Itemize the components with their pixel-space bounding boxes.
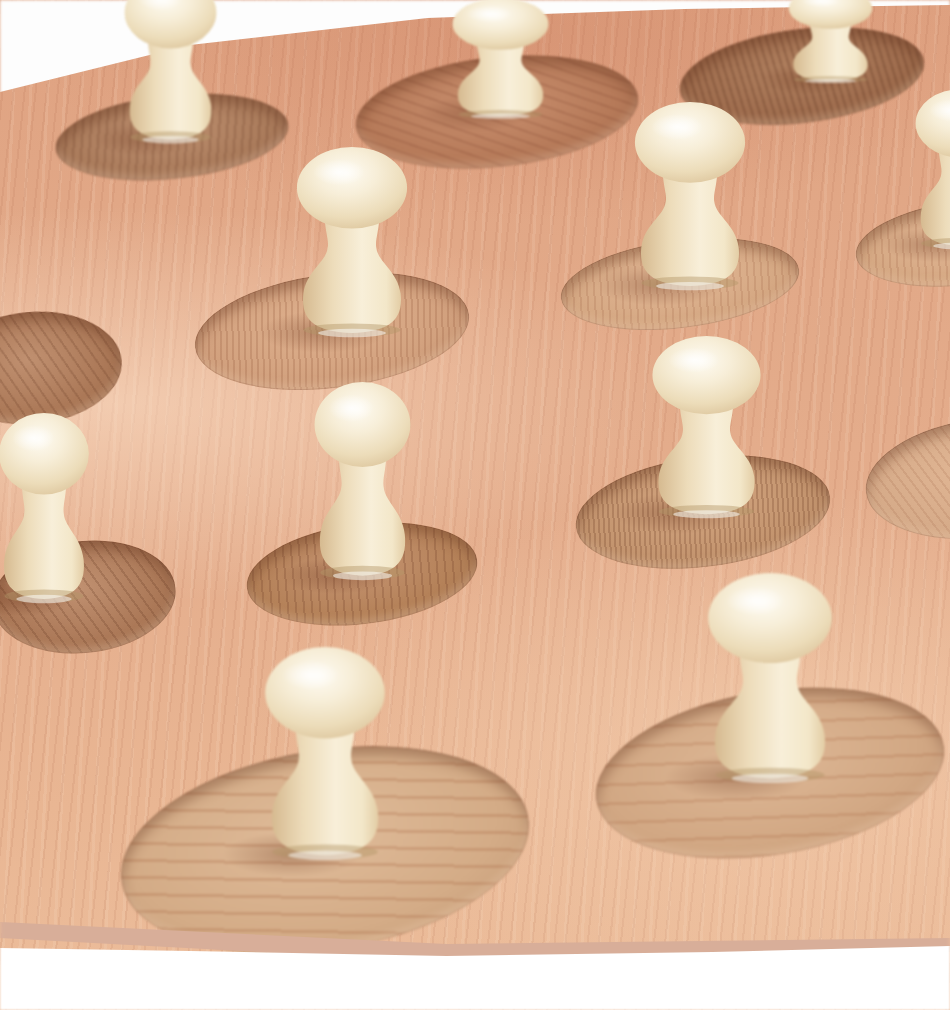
peg-r0c2[interactable] (769, 0, 892, 84)
peg-r0c1[interactable] (430, 0, 571, 120)
peg-r2c0[interactable] (0, 413, 110, 605)
peg-r0c0[interactable] (103, 0, 238, 145)
peg-r1c2[interactable] (609, 102, 771, 292)
board-photo (0, 0, 950, 1010)
peg-r1c1[interactable] (271, 147, 433, 339)
peg-r2c2[interactable] (627, 336, 786, 520)
peg-r1c3[interactable] (894, 89, 950, 251)
peg-r3c1[interactable] (237, 647, 413, 862)
peg-r3c2[interactable] (679, 573, 861, 785)
peg-r2c1[interactable] (292, 382, 433, 582)
